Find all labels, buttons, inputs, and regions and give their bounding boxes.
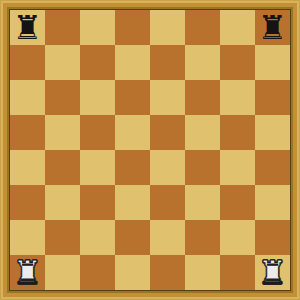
square-f3[interactable] [185,185,220,220]
square-h2[interactable] [255,220,290,255]
square-g5[interactable] [220,115,255,150]
square-h6[interactable] [255,80,290,115]
piece-black-rook-a8[interactable]: ♜ [13,10,43,45]
square-c6[interactable] [80,80,115,115]
square-c3[interactable] [80,185,115,220]
square-g7[interactable] [220,45,255,80]
piece-white-rook-a1[interactable]: ♜ [13,255,43,290]
square-d7[interactable] [115,45,150,80]
square-d4[interactable] [115,150,150,185]
square-h8[interactable]: ♜ [255,10,290,45]
square-d6[interactable] [115,80,150,115]
square-b6[interactable] [45,80,80,115]
square-f1[interactable] [185,255,220,290]
piece-white-rook-h1[interactable]: ♜ [258,255,288,290]
square-f4[interactable] [185,150,220,185]
square-a5[interactable] [10,115,45,150]
square-f8[interactable] [185,10,220,45]
square-b1[interactable] [45,255,80,290]
square-e6[interactable] [150,80,185,115]
square-c5[interactable] [80,115,115,150]
square-h5[interactable] [255,115,290,150]
square-c7[interactable] [80,45,115,80]
square-b2[interactable] [45,220,80,255]
square-a3[interactable] [10,185,45,220]
square-c2[interactable] [80,220,115,255]
square-f5[interactable] [185,115,220,150]
square-b7[interactable] [45,45,80,80]
square-g8[interactable] [220,10,255,45]
square-a8[interactable]: ♜ [10,10,45,45]
square-c4[interactable] [80,150,115,185]
square-a2[interactable] [10,220,45,255]
board-frame: ♜♜♜♜ [0,0,300,300]
square-e2[interactable] [150,220,185,255]
square-e7[interactable] [150,45,185,80]
square-d8[interactable] [115,10,150,45]
square-f6[interactable] [185,80,220,115]
square-d2[interactable] [115,220,150,255]
square-e4[interactable] [150,150,185,185]
square-c1[interactable] [80,255,115,290]
square-f7[interactable] [185,45,220,80]
square-d1[interactable] [115,255,150,290]
square-g2[interactable] [220,220,255,255]
square-g3[interactable] [220,185,255,220]
square-b5[interactable] [45,115,80,150]
piece-black-rook-h8[interactable]: ♜ [258,10,288,45]
square-b4[interactable] [45,150,80,185]
square-b3[interactable] [45,185,80,220]
square-e8[interactable] [150,10,185,45]
square-h3[interactable] [255,185,290,220]
square-c8[interactable] [80,10,115,45]
square-a6[interactable] [10,80,45,115]
square-f2[interactable] [185,220,220,255]
square-h1[interactable]: ♜ [255,255,290,290]
square-d3[interactable] [115,185,150,220]
square-g6[interactable] [220,80,255,115]
square-a4[interactable] [10,150,45,185]
square-e1[interactable] [150,255,185,290]
square-e5[interactable] [150,115,185,150]
square-h4[interactable] [255,150,290,185]
square-h7[interactable] [255,45,290,80]
square-a1[interactable]: ♜ [10,255,45,290]
chess-board: ♜♜♜♜ [10,10,290,290]
square-e3[interactable] [150,185,185,220]
square-g1[interactable] [220,255,255,290]
square-b8[interactable] [45,10,80,45]
square-g4[interactable] [220,150,255,185]
square-d5[interactable] [115,115,150,150]
square-a7[interactable] [10,45,45,80]
